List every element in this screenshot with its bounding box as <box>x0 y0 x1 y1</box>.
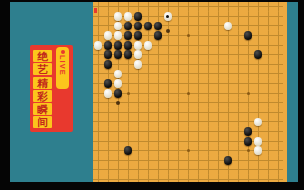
intersection[interactable] <box>203 88 213 98</box>
intersection[interactable] <box>253 156 263 166</box>
intersection[interactable] <box>203 60 213 70</box>
intersection[interactable] <box>223 98 233 108</box>
intersection[interactable] <box>223 156 233 166</box>
intersection[interactable] <box>103 69 113 79</box>
intersection[interactable] <box>183 136 193 146</box>
intersection[interactable] <box>113 21 123 31</box>
intersection[interactable] <box>133 50 143 60</box>
intersection[interactable] <box>143 50 153 60</box>
intersection[interactable] <box>133 98 143 108</box>
intersection[interactable] <box>123 12 133 22</box>
intersection[interactable] <box>203 127 213 137</box>
intersection[interactable] <box>203 12 213 22</box>
intersection[interactable] <box>103 127 113 137</box>
intersection[interactable] <box>173 136 183 146</box>
intersection[interactable] <box>233 60 243 70</box>
intersection[interactable] <box>203 40 213 50</box>
intersection[interactable] <box>253 127 263 137</box>
intersection[interactable] <box>273 175 283 182</box>
intersection[interactable] <box>103 60 113 70</box>
intersection[interactable] <box>273 40 283 50</box>
intersection[interactable] <box>133 117 143 127</box>
intersection[interactable] <box>193 156 203 166</box>
intersection[interactable] <box>123 127 133 137</box>
intersection[interactable] <box>203 98 213 108</box>
intersection[interactable] <box>163 127 173 137</box>
intersection[interactable] <box>253 50 263 60</box>
intersection[interactable] <box>123 117 133 127</box>
intersection[interactable] <box>223 79 233 89</box>
intersection[interactable] <box>183 175 193 182</box>
intersection[interactable] <box>273 79 283 89</box>
intersection[interactable] <box>193 165 203 175</box>
intersection[interactable] <box>193 40 203 50</box>
intersection[interactable] <box>133 136 143 146</box>
intersection[interactable] <box>243 98 253 108</box>
intersection[interactable] <box>153 50 163 60</box>
intersection[interactable] <box>103 165 113 175</box>
intersection[interactable] <box>153 12 163 22</box>
intersection[interactable] <box>123 156 133 166</box>
intersection[interactable] <box>193 98 203 108</box>
intersection[interactable] <box>133 31 143 41</box>
intersection[interactable] <box>213 31 223 41</box>
intersection[interactable] <box>93 117 103 127</box>
intersection[interactable] <box>263 117 273 127</box>
intersection[interactable] <box>203 117 213 127</box>
intersection[interactable] <box>203 21 213 31</box>
intersection[interactable] <box>263 2 273 12</box>
intersection[interactable] <box>123 40 133 50</box>
intersection[interactable] <box>153 117 163 127</box>
intersection[interactable] <box>253 60 263 70</box>
intersection[interactable] <box>153 136 163 146</box>
intersection[interactable] <box>223 117 233 127</box>
intersection[interactable] <box>173 117 183 127</box>
intersection[interactable] <box>203 108 213 118</box>
intersection[interactable] <box>193 60 203 70</box>
intersection[interactable] <box>143 79 153 89</box>
intersection[interactable] <box>243 60 253 70</box>
intersection[interactable] <box>123 2 133 12</box>
intersection[interactable] <box>133 21 143 31</box>
intersection[interactable] <box>243 31 253 41</box>
intersection[interactable] <box>133 127 143 137</box>
intersection[interactable] <box>233 127 243 137</box>
intersection[interactable] <box>213 136 223 146</box>
intersection[interactable] <box>143 108 153 118</box>
intersection[interactable] <box>93 127 103 137</box>
intersection[interactable] <box>133 69 143 79</box>
intersection[interactable] <box>93 60 103 70</box>
intersection[interactable] <box>173 156 183 166</box>
intersection[interactable] <box>153 165 163 175</box>
intersection[interactable] <box>213 69 223 79</box>
intersection[interactable] <box>93 79 103 89</box>
intersection[interactable] <box>233 165 243 175</box>
intersection[interactable] <box>93 146 103 156</box>
intersection[interactable] <box>263 88 273 98</box>
intersection[interactable] <box>123 88 133 98</box>
intersection[interactable] <box>213 117 223 127</box>
intersection[interactable] <box>103 21 113 31</box>
intersection[interactable] <box>243 2 253 12</box>
intersection[interactable] <box>193 146 203 156</box>
intersection[interactable] <box>113 31 123 41</box>
intersection[interactable] <box>123 31 133 41</box>
intersection[interactable] <box>213 79 223 89</box>
intersection[interactable] <box>173 98 183 108</box>
intersection[interactable] <box>163 136 173 146</box>
intersection[interactable] <box>143 21 153 31</box>
intersection[interactable] <box>163 175 173 182</box>
intersection[interactable] <box>263 79 273 89</box>
intersection[interactable] <box>163 40 173 50</box>
intersection[interactable] <box>123 50 133 60</box>
intersection[interactable] <box>153 127 163 137</box>
intersection[interactable] <box>103 117 113 127</box>
intersection[interactable] <box>203 31 213 41</box>
intersection[interactable] <box>273 117 283 127</box>
intersection[interactable] <box>243 156 253 166</box>
intersection[interactable] <box>213 175 223 182</box>
intersection[interactable] <box>233 50 243 60</box>
intersection[interactable] <box>173 50 183 60</box>
intersection[interactable] <box>253 146 263 156</box>
intersection[interactable] <box>253 69 263 79</box>
intersection[interactable] <box>113 117 123 127</box>
intersection[interactable] <box>123 69 133 79</box>
intersection[interactable] <box>133 146 143 156</box>
intersection[interactable] <box>163 165 173 175</box>
intersection[interactable] <box>213 12 223 22</box>
intersection[interactable] <box>183 21 193 31</box>
intersection[interactable] <box>103 175 113 182</box>
intersection[interactable] <box>203 50 213 60</box>
intersection[interactable] <box>153 2 163 12</box>
intersection[interactable] <box>193 127 203 137</box>
intersection[interactable] <box>113 2 123 12</box>
intersection[interactable] <box>133 88 143 98</box>
intersection[interactable] <box>93 31 103 41</box>
intersection[interactable] <box>263 156 273 166</box>
intersection[interactable] <box>133 79 143 89</box>
intersection[interactable] <box>223 50 233 60</box>
intersection[interactable] <box>143 165 153 175</box>
intersection[interactable] <box>193 21 203 31</box>
intersection[interactable] <box>183 79 193 89</box>
intersection[interactable] <box>173 108 183 118</box>
intersection[interactable] <box>113 88 123 98</box>
intersection[interactable] <box>263 12 273 22</box>
intersection[interactable] <box>213 40 223 50</box>
intersection[interactable] <box>153 146 163 156</box>
intersection[interactable] <box>173 21 183 31</box>
intersection[interactable] <box>153 98 163 108</box>
intersection[interactable] <box>233 98 243 108</box>
intersection[interactable] <box>223 69 233 79</box>
intersection[interactable] <box>223 31 233 41</box>
intersection[interactable] <box>163 60 173 70</box>
intersection[interactable] <box>193 31 203 41</box>
intersection[interactable] <box>173 12 183 22</box>
intersection[interactable] <box>123 136 133 146</box>
intersection[interactable] <box>223 165 233 175</box>
intersection[interactable] <box>123 108 133 118</box>
intersection[interactable] <box>253 136 263 146</box>
intersection[interactable] <box>203 69 213 79</box>
intersection[interactable] <box>263 146 273 156</box>
intersection[interactable] <box>163 2 173 12</box>
intersection[interactable] <box>213 88 223 98</box>
intersection[interactable] <box>273 2 283 12</box>
intersection[interactable] <box>113 156 123 166</box>
intersection[interactable] <box>183 2 193 12</box>
intersection[interactable] <box>193 136 203 146</box>
intersection[interactable] <box>243 69 253 79</box>
intersection[interactable] <box>93 175 103 182</box>
intersection[interactable] <box>213 156 223 166</box>
intersection[interactable] <box>143 117 153 127</box>
intersection[interactable] <box>93 156 103 166</box>
intersection[interactable] <box>173 40 183 50</box>
intersection[interactable] <box>253 21 263 31</box>
intersection[interactable] <box>193 175 203 182</box>
intersection[interactable] <box>153 88 163 98</box>
intersection[interactable] <box>133 2 143 12</box>
intersection[interactable] <box>243 50 253 60</box>
intersection[interactable] <box>93 136 103 146</box>
intersection[interactable] <box>233 117 243 127</box>
intersection[interactable] <box>233 136 243 146</box>
intersection[interactable] <box>253 108 263 118</box>
intersection[interactable] <box>103 88 113 98</box>
intersection[interactable] <box>113 146 123 156</box>
intersection[interactable] <box>163 98 173 108</box>
intersection[interactable] <box>213 165 223 175</box>
intersection[interactable] <box>123 165 133 175</box>
intersection[interactable] <box>233 2 243 12</box>
intersection[interactable] <box>133 40 143 50</box>
intersection[interactable] <box>173 31 183 41</box>
intersection[interactable] <box>183 12 193 22</box>
intersection[interactable] <box>103 79 113 89</box>
intersection[interactable] <box>113 60 123 70</box>
intersection[interactable] <box>233 69 243 79</box>
intersection[interactable] <box>163 117 173 127</box>
intersection[interactable] <box>183 69 193 79</box>
intersection[interactable] <box>113 108 123 118</box>
intersection[interactable] <box>263 60 273 70</box>
intersection[interactable] <box>163 79 173 89</box>
intersection[interactable] <box>233 12 243 22</box>
intersection[interactable] <box>113 79 123 89</box>
intersection[interactable] <box>193 50 203 60</box>
intersection[interactable] <box>173 165 183 175</box>
intersection[interactable] <box>273 127 283 137</box>
intersection[interactable] <box>193 2 203 12</box>
intersection[interactable] <box>253 165 263 175</box>
intersection[interactable] <box>153 79 163 89</box>
intersection[interactable] <box>263 127 273 137</box>
intersection[interactable] <box>153 69 163 79</box>
intersection[interactable] <box>103 136 113 146</box>
intersection[interactable] <box>183 108 193 118</box>
intersection[interactable] <box>163 108 173 118</box>
intersection[interactable] <box>143 60 153 70</box>
intersection[interactable] <box>233 108 243 118</box>
intersection[interactable] <box>113 175 123 182</box>
intersection[interactable] <box>253 31 263 41</box>
intersection[interactable] <box>263 108 273 118</box>
intersection[interactable] <box>263 40 273 50</box>
intersection[interactable] <box>193 88 203 98</box>
intersection[interactable] <box>93 108 103 118</box>
intersection[interactable] <box>143 31 153 41</box>
intersection[interactable] <box>183 165 193 175</box>
intersection[interactable] <box>143 156 153 166</box>
intersection[interactable] <box>113 50 123 60</box>
intersection[interactable] <box>193 12 203 22</box>
intersection[interactable] <box>223 21 233 31</box>
intersection[interactable] <box>113 136 123 146</box>
intersection[interactable] <box>273 31 283 41</box>
intersection[interactable] <box>273 136 283 146</box>
intersection[interactable] <box>253 117 263 127</box>
intersection[interactable] <box>103 108 113 118</box>
intersection[interactable] <box>243 21 253 31</box>
intersection[interactable] <box>173 2 183 12</box>
intersection[interactable] <box>243 136 253 146</box>
intersection[interactable] <box>213 98 223 108</box>
intersection[interactable] <box>143 88 153 98</box>
intersection[interactable] <box>113 127 123 137</box>
intersection[interactable] <box>123 21 133 31</box>
intersection[interactable] <box>93 50 103 60</box>
intersection[interactable] <box>243 117 253 127</box>
intersection[interactable] <box>243 40 253 50</box>
intersection[interactable] <box>233 156 243 166</box>
intersection[interactable] <box>273 146 283 156</box>
intersection[interactable] <box>223 60 233 70</box>
intersection[interactable] <box>273 108 283 118</box>
intersection[interactable] <box>93 69 103 79</box>
intersection[interactable] <box>213 146 223 156</box>
intersection[interactable] <box>183 50 193 60</box>
intersection[interactable] <box>203 136 213 146</box>
intersection[interactable] <box>113 69 123 79</box>
intersection[interactable] <box>253 12 263 22</box>
intersection[interactable] <box>93 98 103 108</box>
intersection[interactable] <box>223 88 233 98</box>
intersection[interactable] <box>263 165 273 175</box>
intersection[interactable] <box>253 79 263 89</box>
intersection[interactable] <box>173 175 183 182</box>
intersection[interactable] <box>123 146 133 156</box>
intersection[interactable] <box>263 98 273 108</box>
intersection[interactable] <box>153 31 163 41</box>
intersection[interactable] <box>183 117 193 127</box>
intersection[interactable] <box>203 79 213 89</box>
intersection[interactable] <box>153 175 163 182</box>
intersection[interactable] <box>163 12 173 22</box>
intersection[interactable] <box>243 108 253 118</box>
intersection[interactable] <box>143 175 153 182</box>
intersection[interactable] <box>243 88 253 98</box>
intersection[interactable] <box>113 165 123 175</box>
intersection[interactable] <box>103 12 113 22</box>
intersection[interactable] <box>103 98 113 108</box>
intersection[interactable] <box>133 175 143 182</box>
intersection[interactable] <box>173 60 183 70</box>
intersection[interactable] <box>223 136 233 146</box>
intersection[interactable] <box>143 40 153 50</box>
intersection[interactable] <box>233 79 243 89</box>
intersection[interactable] <box>263 31 273 41</box>
intersection[interactable] <box>103 146 113 156</box>
intersection[interactable] <box>233 175 243 182</box>
intersection[interactable] <box>243 127 253 137</box>
intersection[interactable] <box>103 31 113 41</box>
intersection[interactable] <box>163 69 173 79</box>
intersection[interactable] <box>153 156 163 166</box>
intersection[interactable] <box>223 40 233 50</box>
intersection[interactable] <box>253 98 263 108</box>
intersection[interactable] <box>103 40 113 50</box>
intersection[interactable] <box>183 88 193 98</box>
intersection[interactable] <box>123 79 133 89</box>
intersection[interactable] <box>253 88 263 98</box>
intersection[interactable] <box>203 175 213 182</box>
intersection[interactable] <box>273 21 283 31</box>
intersection[interactable] <box>163 146 173 156</box>
intersection[interactable] <box>153 108 163 118</box>
intersection[interactable] <box>173 127 183 137</box>
intersection[interactable] <box>253 2 263 12</box>
intersection[interactable] <box>233 21 243 31</box>
intersection[interactable] <box>123 60 133 70</box>
intersection[interactable] <box>203 2 213 12</box>
intersection[interactable] <box>173 69 183 79</box>
intersection[interactable] <box>243 79 253 89</box>
intersection[interactable] <box>233 88 243 98</box>
intersection[interactable] <box>213 127 223 137</box>
intersection[interactable] <box>273 12 283 22</box>
intersection[interactable] <box>133 108 143 118</box>
intersection[interactable] <box>183 156 193 166</box>
intersection[interactable] <box>223 146 233 156</box>
intersection[interactable] <box>223 2 233 12</box>
intersection[interactable] <box>203 156 213 166</box>
intersection[interactable] <box>143 136 153 146</box>
intersection[interactable] <box>203 146 213 156</box>
intersection[interactable] <box>273 60 283 70</box>
intersection[interactable] <box>143 127 153 137</box>
intersection[interactable] <box>143 69 153 79</box>
intersection[interactable] <box>213 60 223 70</box>
intersection[interactable] <box>173 79 183 89</box>
intersection[interactable] <box>253 175 263 182</box>
intersection[interactable] <box>123 98 133 108</box>
intersection[interactable] <box>273 88 283 98</box>
intersection[interactable] <box>263 50 273 60</box>
intersection[interactable] <box>143 98 153 108</box>
intersection[interactable] <box>183 60 193 70</box>
intersection[interactable] <box>163 50 173 60</box>
intersection[interactable] <box>103 2 113 12</box>
intersection[interactable] <box>263 21 273 31</box>
intersection[interactable] <box>183 127 193 137</box>
